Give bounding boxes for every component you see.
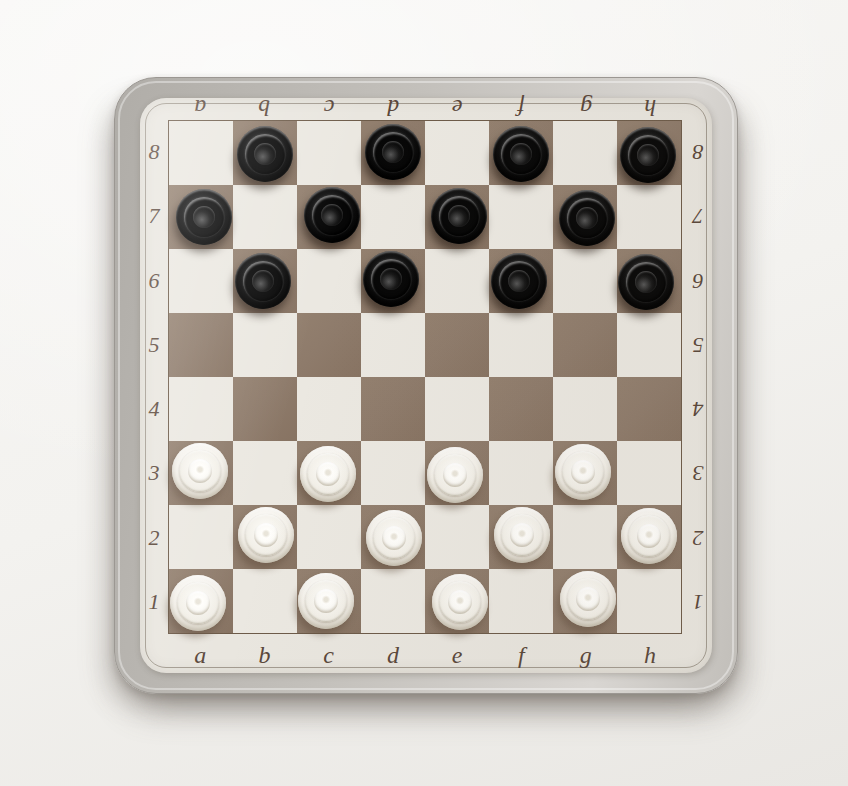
square-c8[interactable] xyxy=(297,121,361,185)
white-checker-glyph: ⛀ xyxy=(170,575,226,631)
square-a6[interactable] xyxy=(169,249,233,313)
square-d3[interactable] xyxy=(361,441,425,505)
black-checker-glyph: ⛂ xyxy=(493,126,549,182)
black-checker-glyph: ⛂ xyxy=(431,188,487,244)
rank-label-6: 6 xyxy=(684,249,712,313)
white-checker-h2[interactable]: ⛀ xyxy=(621,508,677,564)
black-checker-f8[interactable]: ⛂ xyxy=(493,126,549,182)
white-checker-glyph: ⛀ xyxy=(238,507,294,563)
rank-label-6: 6 xyxy=(140,249,168,313)
square-c5[interactable] xyxy=(297,313,361,377)
square-a3[interactable]: ⛀ xyxy=(169,441,233,505)
square-d7[interactable] xyxy=(361,185,425,249)
black-checker-glyph: ⛂ xyxy=(618,254,674,310)
white-checker-glyph: ⛀ xyxy=(298,573,354,629)
black-checker-d8[interactable]: ⛂ xyxy=(365,124,421,180)
white-checker-g1[interactable]: ⛀ xyxy=(560,571,616,627)
file-label-c: c xyxy=(297,95,361,121)
square-b4[interactable] xyxy=(233,377,297,441)
square-e4[interactable] xyxy=(425,377,489,441)
rank-label-7: 7 xyxy=(684,184,712,248)
square-e2[interactable] xyxy=(425,505,489,569)
white-checker-glyph: ⛀ xyxy=(172,443,228,499)
square-a2[interactable] xyxy=(169,505,233,569)
file-label-f: f xyxy=(489,95,553,121)
white-checker-glyph: ⛀ xyxy=(555,444,611,500)
rank-label-4: 4 xyxy=(684,377,712,441)
white-checker-d2[interactable]: ⛀ xyxy=(366,510,422,566)
square-a1[interactable]: ⛀ xyxy=(169,569,233,633)
white-checker-f2[interactable]: ⛀ xyxy=(494,507,550,563)
rank-label-8: 8 xyxy=(684,120,712,184)
board-tray: abcdefgh 87654321 87654321 abcdefgh ⛂⛂⛂⛂… xyxy=(114,77,738,694)
square-h4[interactable] xyxy=(617,377,681,441)
white-checker-c1[interactable]: ⛀ xyxy=(298,573,354,629)
black-checker-h6[interactable]: ⛂ xyxy=(618,254,674,310)
file-label-b: b xyxy=(232,95,296,121)
square-c1[interactable]: ⛀ xyxy=(297,569,361,633)
rank-labels-right: 87654321 xyxy=(684,120,712,634)
square-a8[interactable] xyxy=(169,121,233,185)
black-checker-f6[interactable]: ⛂ xyxy=(491,253,547,309)
square-h5[interactable] xyxy=(617,313,681,377)
rank-label-4: 4 xyxy=(140,377,168,441)
square-e6[interactable] xyxy=(425,249,489,313)
square-h7[interactable] xyxy=(617,185,681,249)
white-checker-e1[interactable]: ⛀ xyxy=(432,574,488,630)
black-checker-c7[interactable]: ⛂ xyxy=(304,187,360,243)
square-b6[interactable]: ⛂ xyxy=(233,249,297,313)
square-h3[interactable] xyxy=(617,441,681,505)
square-b1[interactable] xyxy=(233,569,297,633)
square-b5[interactable] xyxy=(233,313,297,377)
square-d1[interactable] xyxy=(361,569,425,633)
file-label-b: b xyxy=(232,638,296,671)
file-label-a: a xyxy=(168,95,232,121)
square-f1[interactable] xyxy=(489,569,553,633)
square-h6[interactable]: ⛂ xyxy=(617,249,681,313)
file-label-d: d xyxy=(361,95,425,121)
white-checker-c3[interactable]: ⛀ xyxy=(300,446,356,502)
square-g6[interactable] xyxy=(553,249,617,313)
photo-background: abcdefgh 87654321 87654321 abcdefgh ⛂⛂⛂⛂… xyxy=(0,0,848,786)
square-h2[interactable]: ⛀ xyxy=(617,505,681,569)
square-g5[interactable] xyxy=(553,313,617,377)
rank-labels-left: 87654321 xyxy=(140,120,168,634)
square-a7[interactable]: ⛂ xyxy=(169,185,233,249)
square-f6[interactable]: ⛂ xyxy=(489,249,553,313)
white-checker-glyph: ⛀ xyxy=(366,510,422,566)
square-b3[interactable] xyxy=(233,441,297,505)
rank-label-7: 7 xyxy=(140,184,168,248)
square-a4[interactable] xyxy=(169,377,233,441)
square-b8[interactable]: ⛂ xyxy=(233,121,297,185)
square-f5[interactable] xyxy=(489,313,553,377)
rank-label-3: 3 xyxy=(684,441,712,505)
file-label-f: f xyxy=(489,638,553,671)
black-checker-glyph: ⛂ xyxy=(176,189,232,245)
white-checker-glyph: ⛀ xyxy=(621,508,677,564)
rank-label-1: 1 xyxy=(140,570,168,634)
square-d5[interactable] xyxy=(361,313,425,377)
rank-label-3: 3 xyxy=(140,441,168,505)
file-label-h: h xyxy=(618,95,682,121)
square-g1[interactable]: ⛀ xyxy=(553,569,617,633)
black-checker-b6[interactable]: ⛂ xyxy=(235,253,291,309)
black-checker-e7[interactable]: ⛂ xyxy=(431,188,487,244)
black-checker-glyph: ⛂ xyxy=(237,126,293,182)
black-checker-d6[interactable]: ⛂ xyxy=(363,251,419,307)
rank-label-5: 5 xyxy=(140,313,168,377)
square-h1[interactable] xyxy=(617,569,681,633)
rank-label-5: 5 xyxy=(684,313,712,377)
black-checker-glyph: ⛂ xyxy=(491,253,547,309)
square-f4[interactable] xyxy=(489,377,553,441)
rank-label-2: 2 xyxy=(684,506,712,570)
square-a5[interactable] xyxy=(169,313,233,377)
square-g7[interactable]: ⛂ xyxy=(553,185,617,249)
file-label-e: e xyxy=(425,95,489,121)
white-checker-a1[interactable]: ⛀ xyxy=(170,575,226,631)
white-checker-a3[interactable]: ⛀ xyxy=(172,443,228,499)
white-checker-b2[interactable]: ⛀ xyxy=(238,507,294,563)
file-label-h: h xyxy=(618,638,682,671)
rank-label-1: 1 xyxy=(684,570,712,634)
rank-label-8: 8 xyxy=(140,120,168,184)
board-grid: ⛂⛂⛂⛂⛂⛂⛂⛂⛂⛂⛂⛂⛀⛀⛀⛀⛀⛀⛀⛀⛀⛀⛀⛀ xyxy=(168,120,682,634)
square-f8[interactable]: ⛂ xyxy=(489,121,553,185)
black-checker-glyph: ⛂ xyxy=(365,124,421,180)
black-checker-glyph: ⛂ xyxy=(363,251,419,307)
square-d6[interactable]: ⛂ xyxy=(361,249,425,313)
black-checker-g7[interactable]: ⛂ xyxy=(559,190,615,246)
white-checker-glyph: ⛀ xyxy=(300,446,356,502)
square-d8[interactable]: ⛂ xyxy=(361,121,425,185)
square-e3[interactable]: ⛀ xyxy=(425,441,489,505)
square-c2[interactable] xyxy=(297,505,361,569)
black-checker-glyph: ⛂ xyxy=(304,187,360,243)
square-c6[interactable] xyxy=(297,249,361,313)
file-label-a: a xyxy=(168,638,232,671)
square-d2[interactable]: ⛀ xyxy=(361,505,425,569)
square-c3[interactable]: ⛀ xyxy=(297,441,361,505)
square-e8[interactable] xyxy=(425,121,489,185)
file-label-g: g xyxy=(554,95,618,121)
black-checker-glyph: ⛂ xyxy=(559,190,615,246)
board-card: abcdefgh 87654321 87654321 abcdefgh ⛂⛂⛂⛂… xyxy=(140,98,712,673)
black-checker-h8[interactable]: ⛂ xyxy=(620,127,676,183)
white-checker-glyph: ⛀ xyxy=(560,571,616,627)
square-b7[interactable] xyxy=(233,185,297,249)
file-labels-top: abcdefgh xyxy=(168,95,682,121)
black-checker-a7[interactable]: ⛂ xyxy=(176,189,232,245)
square-f2[interactable]: ⛀ xyxy=(489,505,553,569)
square-g8[interactable] xyxy=(553,121,617,185)
square-h8[interactable]: ⛂ xyxy=(617,121,681,185)
square-e5[interactable] xyxy=(425,313,489,377)
square-e7[interactable]: ⛂ xyxy=(425,185,489,249)
square-g2[interactable] xyxy=(553,505,617,569)
square-d4[interactable] xyxy=(361,377,425,441)
black-checker-b8[interactable]: ⛂ xyxy=(237,126,293,182)
white-checker-e3[interactable]: ⛀ xyxy=(427,447,483,503)
white-checker-glyph: ⛀ xyxy=(432,574,488,630)
file-label-g: g xyxy=(554,638,618,671)
file-label-e: e xyxy=(425,638,489,671)
white-checker-glyph: ⛀ xyxy=(427,447,483,503)
black-checker-glyph: ⛂ xyxy=(235,253,291,309)
black-checker-glyph: ⛂ xyxy=(620,127,676,183)
file-label-d: d xyxy=(361,638,425,671)
file-labels-bottom: abcdefgh xyxy=(168,634,682,671)
square-b2[interactable]: ⛀ xyxy=(233,505,297,569)
square-g4[interactable] xyxy=(553,377,617,441)
square-f7[interactable] xyxy=(489,185,553,249)
square-c4[interactable] xyxy=(297,377,361,441)
square-c7[interactable]: ⛂ xyxy=(297,185,361,249)
square-e1[interactable]: ⛀ xyxy=(425,569,489,633)
white-checker-g3[interactable]: ⛀ xyxy=(555,444,611,500)
file-label-c: c xyxy=(297,638,361,671)
square-g3[interactable]: ⛀ xyxy=(553,441,617,505)
square-f3[interactable] xyxy=(489,441,553,505)
rank-label-2: 2 xyxy=(140,506,168,570)
white-checker-glyph: ⛀ xyxy=(494,507,550,563)
